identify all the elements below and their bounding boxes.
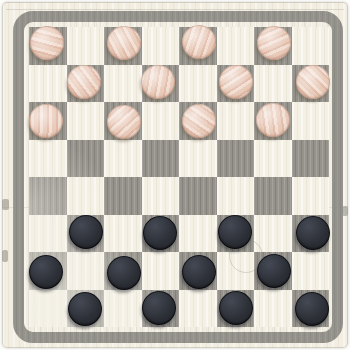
- square-r8c5[interactable]: [179, 290, 217, 328]
- square-r7c6[interactable]: [217, 252, 255, 290]
- square-r5c7[interactable]: [254, 177, 292, 215]
- square-r4c7[interactable]: [254, 140, 292, 178]
- checker-light-r3c3[interactable]: [107, 105, 141, 139]
- square-r4c6[interactable]: [217, 140, 255, 178]
- wooden-board-panel: [2, 2, 348, 348]
- checker-dark-r7c7[interactable]: [257, 254, 291, 288]
- square-r3c2[interactable]: [67, 102, 105, 140]
- checker-light-r1c1[interactable]: [30, 26, 64, 60]
- checker-dark-r7c3[interactable]: [107, 256, 141, 290]
- square-r4c5[interactable]: [179, 140, 217, 178]
- panel-hinge-mark: [2, 250, 8, 262]
- square-r6c1[interactable]: [29, 215, 67, 253]
- square-r3c4[interactable]: [142, 102, 180, 140]
- square-r1c6[interactable]: [217, 27, 255, 65]
- checker-light-r3c1[interactable]: [29, 104, 63, 138]
- panel-edge-line: [6, 9, 344, 10]
- square-r4c4[interactable]: [142, 140, 180, 178]
- square-r4c3[interactable]: [104, 140, 142, 178]
- checker-dark-r7c1[interactable]: [29, 255, 63, 289]
- square-r5c5[interactable]: [179, 177, 217, 215]
- square-r1c2[interactable]: [67, 27, 105, 65]
- square-r4c1[interactable]: [29, 140, 67, 178]
- square-r8c3[interactable]: [104, 290, 142, 328]
- square-r5c2[interactable]: [67, 177, 105, 215]
- square-r1c4[interactable]: [142, 27, 180, 65]
- square-r4c8[interactable]: [292, 140, 330, 178]
- checker-light-r3c7[interactable]: [256, 103, 290, 137]
- square-r2c7[interactable]: [254, 65, 292, 103]
- square-r8c7[interactable]: [254, 290, 292, 328]
- square-r7c4[interactable]: [142, 252, 180, 290]
- square-r6c7[interactable]: [254, 215, 292, 253]
- square-r6c3[interactable]: [104, 215, 142, 253]
- square-r5c3[interactable]: [104, 177, 142, 215]
- square-r3c8[interactable]: [292, 102, 330, 140]
- checkers-board: [29, 27, 329, 327]
- panel-hinge-mark: [2, 199, 9, 210]
- square-r5c1[interactable]: [29, 177, 67, 215]
- square-r5c8[interactable]: [292, 177, 330, 215]
- checker-light-r1c3[interactable]: [107, 26, 141, 60]
- square-r7c2[interactable]: [67, 252, 105, 290]
- square-r4c2[interactable]: [67, 140, 105, 178]
- square-r2c1[interactable]: [29, 65, 67, 103]
- checker-light-r1c5[interactable]: [182, 25, 216, 59]
- square-r2c5[interactable]: [179, 65, 217, 103]
- checker-light-r3c5[interactable]: [182, 104, 216, 138]
- square-r7c8[interactable]: [292, 252, 330, 290]
- square-r5c4[interactable]: [142, 177, 180, 215]
- square-r5c6[interactable]: [217, 177, 255, 215]
- square-r1c8[interactable]: [292, 27, 330, 65]
- checker-dark-r7c5[interactable]: [182, 255, 216, 289]
- square-r3c6[interactable]: [217, 102, 255, 140]
- square-r6c5[interactable]: [179, 215, 217, 253]
- checker-light-r1c7[interactable]: [257, 26, 291, 60]
- square-r2c3[interactable]: [104, 65, 142, 103]
- square-r8c1[interactable]: [29, 290, 67, 328]
